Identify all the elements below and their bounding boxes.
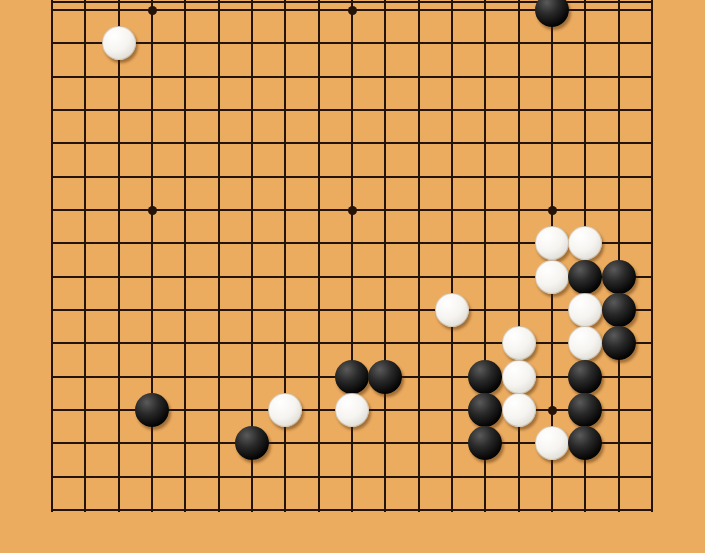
grid-hline [51, 309, 653, 311]
black-stone [602, 260, 636, 294]
grid-hline [51, 176, 653, 178]
black-stone [335, 360, 369, 394]
black-stone [602, 293, 636, 327]
white-stone [102, 26, 136, 60]
grid-hline [51, 142, 653, 144]
white-stone [502, 360, 536, 394]
star-point [348, 6, 357, 15]
star-point [548, 206, 557, 215]
star-point [148, 6, 157, 15]
grid-hline [51, 476, 653, 478]
black-stone [368, 360, 402, 394]
grid-hline [51, 509, 653, 511]
grid-hline [51, 342, 653, 344]
grid-hline [51, 42, 653, 44]
white-stone [335, 393, 369, 427]
white-stone [502, 326, 536, 360]
grid-hline [51, 109, 653, 111]
grid-hline [51, 76, 653, 78]
star-point [348, 206, 357, 215]
white-stone [502, 393, 536, 427]
black-stone [135, 393, 169, 427]
go-board [0, 0, 705, 553]
black-stone [568, 260, 602, 294]
black-stone [468, 360, 502, 394]
black-stone [602, 326, 636, 360]
black-stone [568, 360, 602, 394]
star-point [148, 206, 157, 215]
white-stone [435, 293, 469, 327]
star-point [548, 406, 557, 415]
white-stone [535, 260, 569, 294]
